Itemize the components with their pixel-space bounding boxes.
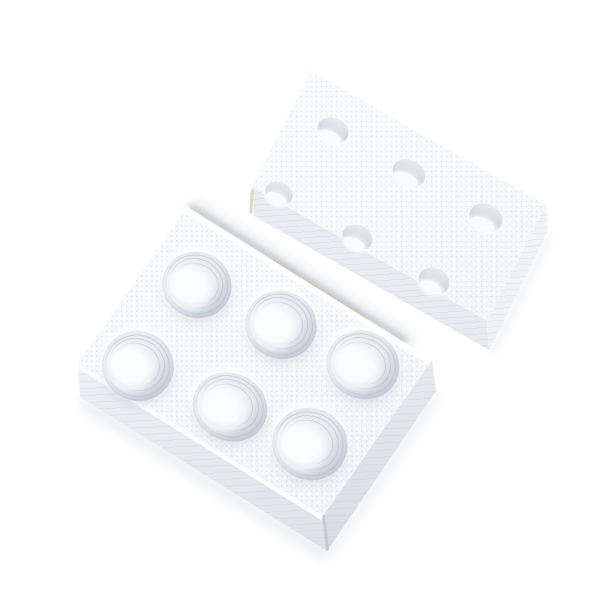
base-edge-highlight-front-left [0,0,615,596]
base-top-face [0,0,615,596]
base-cavity-5 [181,360,279,454]
cavity-layer-ring [191,370,267,441]
cavity-layer-ring [106,335,168,394]
base-side-face-front-right [0,0,615,596]
lid-hole-floor [317,126,343,146]
cavity-layer-ring [331,334,393,392]
cavity-layer-ring [265,400,354,487]
cavity-layer-ring [249,294,310,352]
tan-fringe-vert [249,189,253,214]
base-cavity-2 [234,279,328,371]
cavity-layer-ring [101,329,175,400]
base-front-corner-ridge [0,0,615,596]
product-photo-scene [0,0,615,596]
base-cavity-6 [260,395,359,492]
ground-shadow-b [326,391,441,555]
lid-hole-floor [469,213,496,234]
lid-hole-floor [341,233,366,253]
cavity-layer-ring [276,412,340,473]
base-cavity-1 [151,240,242,329]
tan-fringe [272,259,368,320]
cavity-layer-ring [320,323,406,406]
gap-shadow-layer [0,0,615,596]
cavity-layer-ring [325,328,399,399]
gap-shadow-line [188,203,408,343]
cavity-layer-ring [95,323,181,407]
base-cavities-layer [0,0,615,596]
foam-base-piece [0,0,615,596]
cavity-layer-ring [244,288,317,358]
cavity-floor [101,341,157,395]
base-cavity-3 [315,319,411,412]
foam-lid-piece [0,0,615,596]
cavity-layer-ring [238,283,323,365]
base-cavity-4 [91,319,186,413]
cavity-layer-ring [197,376,260,435]
lid-hole-6 [414,263,454,300]
lid-hole-floor [265,189,288,207]
lid-top-face [0,0,615,596]
base-edge-highlight-top-right [0,0,615,596]
cavity-layer-ring [161,250,232,318]
lid-hole-1 [313,112,352,148]
ground-shadow-layer [0,0,615,596]
ground-shadow-a [78,397,330,559]
cavity-layer-ring [156,244,238,324]
lid-holes-layer [0,0,615,596]
cavity-floor [192,382,249,436]
gap-shadow-soft [186,199,416,350]
cavity-layer-ring [271,405,348,479]
cavity-layer-ring [166,255,225,311]
cavity-layer-ring [186,364,274,448]
cavity-floor [162,261,216,312]
lid-hole-floor [418,277,444,297]
cavity-floor [245,300,300,353]
lid-hole-4 [262,177,297,209]
lid-side-face-front-left [0,0,615,596]
cavity-floor [271,418,329,474]
base-side-face-front-left [0,0,615,596]
lid-side-face-front-right [0,0,615,596]
lid-hole-5 [338,219,376,254]
lid-hole-3 [465,198,507,236]
lid-hole-2 [388,154,430,192]
lid-hole-floor [392,169,419,190]
cavity-floor [326,340,382,393]
ground-shadow-c [488,232,553,353]
